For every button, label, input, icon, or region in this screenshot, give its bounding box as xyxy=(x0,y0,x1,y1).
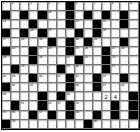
clue-number: 32 xyxy=(85,56,88,59)
cell-r3c13[interactable] xyxy=(111,20,120,29)
cell-r1c11[interactable]: 7 xyxy=(93,2,102,11)
clue-number: 43 xyxy=(103,75,106,78)
cell-r3c5[interactable] xyxy=(38,20,47,29)
cell-r10c12[interactable]: 47 xyxy=(102,83,111,92)
clue-number: 41 xyxy=(57,75,60,78)
cell-r1c15[interactable]: 9 xyxy=(129,2,138,11)
clue-number: 6 xyxy=(75,2,77,5)
cell-r2c15[interactable] xyxy=(129,11,138,20)
clue-number: 55 xyxy=(3,111,6,114)
cell-r1c3[interactable] xyxy=(20,2,29,11)
cell-r10c4[interactable]: 45 xyxy=(29,83,38,92)
cell-r3c3[interactable] xyxy=(20,20,29,29)
clue-number: 5 xyxy=(57,2,59,5)
cell-r7c6[interactable] xyxy=(48,56,57,65)
cell-r6c11[interactable] xyxy=(93,47,102,56)
black-cell-r14c1 xyxy=(2,120,11,129)
black-cell-r9c11 xyxy=(93,74,102,83)
black-cell-r8c12 xyxy=(102,65,111,74)
cell-r12c4[interactable] xyxy=(29,101,38,110)
black-cell-r6c12 xyxy=(102,47,111,56)
cell-r14c9[interactable] xyxy=(75,120,84,129)
cell-r2c6[interactable]: 10 xyxy=(48,11,57,20)
cell-r14c11[interactable]: 60 xyxy=(93,120,102,129)
cell-r4c4[interactable]: 14 xyxy=(29,29,38,38)
cell-r14c12[interactable] xyxy=(102,120,111,129)
cell-r14c13[interactable] xyxy=(111,120,120,129)
cell-r5c12[interactable] xyxy=(102,38,111,47)
cell-r6c6[interactable]: 24 xyxy=(48,47,57,56)
cell-r7c10[interactable]: 32 xyxy=(84,56,93,65)
cell-r1c13[interactable]: 8 xyxy=(111,2,120,11)
black-cell-r2c3 xyxy=(20,11,29,20)
clue-number: 14 xyxy=(30,29,33,32)
cell-r10c9[interactable]: 46 xyxy=(75,83,84,92)
clue-number: 35 xyxy=(66,65,69,68)
black-cell-r9c8 xyxy=(66,74,75,83)
cell-r5c11[interactable]: 21 xyxy=(93,38,102,47)
cell-r1c9[interactable]: 6 xyxy=(75,2,84,11)
cell-r1c2[interactable]: 2 xyxy=(11,2,20,11)
clue-number: 48 xyxy=(121,84,124,87)
cell-r3c1[interactable]: 11 xyxy=(2,20,11,29)
cell-r5c7[interactable] xyxy=(57,38,66,47)
black-cell-r13c8 xyxy=(66,111,75,120)
cell-r9c1[interactable]: 38 xyxy=(2,74,11,83)
cell-r8c11[interactable] xyxy=(93,65,102,74)
cell-r10c13[interactable] xyxy=(111,83,120,92)
cell-r1c1[interactable]: 1 xyxy=(2,2,11,11)
clue-number: 19 xyxy=(39,38,42,41)
clue-number: 25 xyxy=(75,47,78,50)
cell-r8c6[interactable] xyxy=(48,65,57,74)
cell-r10c2[interactable]: 44 xyxy=(11,83,20,92)
clue-number: 50 xyxy=(66,93,69,96)
cell-r12c14[interactable] xyxy=(120,101,129,110)
cell-r4c7[interactable] xyxy=(57,29,66,38)
clue-number: 11 xyxy=(3,20,6,23)
cell-r13c12[interactable] xyxy=(102,111,111,120)
cell-r10c6[interactable] xyxy=(48,83,57,92)
black-cell-r7c4 xyxy=(29,56,38,65)
black-cell-r13c4 xyxy=(29,111,38,120)
clue-number: 57 xyxy=(39,111,42,114)
cell-r8c1[interactable] xyxy=(2,65,11,74)
cell-r10c7[interactable] xyxy=(57,83,66,92)
black-cell-r13c6 xyxy=(48,111,57,120)
clue-number: 31 xyxy=(66,56,69,59)
cell-r10c14[interactable]: 48 xyxy=(120,83,129,92)
cell-r14c5[interactable] xyxy=(38,120,47,129)
clue-number: 51 xyxy=(21,102,24,105)
black-cell-r11c15 xyxy=(129,92,138,101)
clue-number: 30 xyxy=(39,56,42,59)
clue-number: 39 xyxy=(12,75,15,78)
clue-number: 40 xyxy=(39,75,42,78)
cell-r13c10[interactable] xyxy=(84,111,93,120)
clue-number: 12 xyxy=(75,20,78,23)
clue-number: 29 xyxy=(3,56,6,59)
black-cell-r6c4 xyxy=(29,47,38,56)
cell-r11c13[interactable]: 4 xyxy=(111,92,120,101)
clue-number: 2 xyxy=(12,2,14,5)
cell-r13c5[interactable]: 57 xyxy=(38,111,47,120)
cell-r9c15[interactable] xyxy=(129,74,138,83)
cell-r6c14[interactable]: 28 xyxy=(120,47,129,56)
clue-number: 56 xyxy=(12,111,15,114)
cell-r13c14[interactable] xyxy=(120,111,129,120)
black-cell-r2c10 xyxy=(84,11,93,20)
clue-number: 26 xyxy=(85,47,88,50)
clue-number: 8 xyxy=(112,2,114,5)
cell-r2c11[interactable] xyxy=(93,11,102,20)
clue-number: 18 xyxy=(21,38,24,41)
black-cell-r5c8 xyxy=(66,38,75,47)
cell-r1c5[interactable] xyxy=(38,2,47,11)
black-cell-r2c5 xyxy=(38,11,47,20)
cell-r14c7[interactable] xyxy=(57,120,66,129)
cell-r12c7[interactable]: 53 xyxy=(57,101,66,110)
black-cell-r8c2 xyxy=(11,65,20,74)
cell-r2c4[interactable] xyxy=(29,11,38,20)
clue-number: 17 xyxy=(3,38,6,41)
cell-r5c15[interactable] xyxy=(129,38,138,47)
cell-r14c4[interactable] xyxy=(29,120,38,129)
cell-r14c15[interactable] xyxy=(129,120,138,129)
cell-r14c2[interactable]: 59 xyxy=(11,120,20,129)
cell-r4c12[interactable]: 16 xyxy=(102,29,111,38)
cell-r7c15[interactable] xyxy=(129,56,138,65)
cell-r11c12[interactable]: 2 xyxy=(102,92,111,101)
clue-number: 45 xyxy=(30,84,33,87)
black-cell-r13c13 xyxy=(111,111,120,120)
clue-number: 20 xyxy=(75,38,78,41)
cell-r2c2[interactable] xyxy=(11,11,20,20)
clue-number: 58 xyxy=(75,111,78,114)
cell-r14c8[interactable] xyxy=(66,120,75,129)
clue-number: 44 xyxy=(12,84,15,87)
black-cell-r10c11 xyxy=(93,83,102,92)
cell-r9c5[interactable]: 40 xyxy=(38,74,47,83)
cell-r6c7[interactable] xyxy=(57,47,66,56)
cell-r7c11[interactable] xyxy=(93,56,102,65)
black-cell-r11c5 xyxy=(38,92,47,101)
cell-r11c2[interactable] xyxy=(11,92,20,101)
cell-r8c14[interactable] xyxy=(120,65,129,74)
black-cell-r7c12 xyxy=(102,56,111,65)
cell-r7c7[interactable] xyxy=(57,56,66,65)
cell-r6c15[interactable] xyxy=(129,47,138,56)
cell-r11c10[interactable] xyxy=(84,92,93,101)
cell-r1c7[interactable]: 5 xyxy=(57,2,66,11)
cell-r12c11[interactable] xyxy=(93,101,102,110)
cell-r1c10[interactable] xyxy=(84,2,93,11)
clue-number: 47 xyxy=(103,84,106,87)
clue-number: 27 xyxy=(112,47,115,50)
cell-r8c10[interactable] xyxy=(84,65,93,74)
black-cell-r12c15 xyxy=(129,101,138,110)
cell-r4c10[interactable] xyxy=(84,29,93,38)
cell-r8c8[interactable]: 35 xyxy=(66,65,75,74)
cell-r5c1[interactable]: 17 xyxy=(2,38,11,47)
cell-r10c10[interactable] xyxy=(84,83,93,92)
cell-r13c3[interactable] xyxy=(20,111,29,120)
cell-r4c6[interactable]: 15 xyxy=(48,29,57,38)
black-cell-r8c7 xyxy=(57,65,66,74)
cell-r4c13[interactable] xyxy=(111,29,120,38)
black-cell-r3c11 xyxy=(93,20,102,29)
cell-r3c10[interactable] xyxy=(84,20,93,29)
clue-number: 42 xyxy=(75,75,78,78)
cell-r8c4[interactable] xyxy=(29,65,38,74)
cell-r2c7[interactable] xyxy=(57,11,66,20)
cell-r14c14[interactable] xyxy=(120,120,129,129)
cell-r1c4[interactable]: 3 xyxy=(29,2,38,11)
clue-number: 7 xyxy=(94,2,96,5)
cell-r4c14[interactable] xyxy=(120,29,129,38)
cell-r3c2[interactable] xyxy=(11,20,20,29)
black-cell-r12c8 xyxy=(66,101,75,110)
black-cell-r2c8 xyxy=(66,11,75,20)
clue-number: 52 xyxy=(48,102,51,105)
cell-r3c7[interactable] xyxy=(57,20,66,29)
cell-r13c1[interactable]: 55 xyxy=(2,111,11,120)
clue-number: 3 xyxy=(30,2,32,5)
black-cell-r14c10 xyxy=(84,120,93,129)
cell-r1c14[interactable] xyxy=(120,2,129,11)
clue-number: 9 xyxy=(130,2,132,5)
cell-r12c6[interactable]: 52 xyxy=(48,101,57,110)
black-cell-r2c14 xyxy=(120,11,129,20)
clue-number: 33 xyxy=(112,56,115,59)
clue-number: 22 xyxy=(12,47,15,50)
cell-r9c6[interactable] xyxy=(48,74,57,83)
cell-r10c5[interactable] xyxy=(38,83,47,92)
clue-number: 46 xyxy=(75,84,78,87)
cell-r5c3[interactable]: 18 xyxy=(20,38,29,47)
cell-r6c9[interactable]: 25 xyxy=(75,47,84,56)
black-cell-r3c14 xyxy=(120,20,129,29)
cell-r14c6[interactable] xyxy=(48,120,57,129)
cell-r11c14[interactable] xyxy=(120,92,129,101)
clue-number: 49 xyxy=(3,93,6,96)
cell-r13c7[interactable] xyxy=(57,111,66,120)
cell-r11c8[interactable]: 50 xyxy=(66,92,75,101)
cell-r7c1[interactable]: 29 xyxy=(2,56,11,65)
crossword-grid: 1234567891011121314151617181920212223242… xyxy=(1,1,140,130)
cell-r4c15[interactable] xyxy=(129,29,138,38)
cell-r9c13[interactable] xyxy=(111,74,120,83)
cell-r9c7[interactable]: 41 xyxy=(57,74,66,83)
cell-r12c10[interactable] xyxy=(84,101,93,110)
cell-r6c3[interactable] xyxy=(20,47,29,56)
cell-r9c3[interactable] xyxy=(20,74,29,83)
cell-r14c3[interactable] xyxy=(20,120,29,129)
filled-letter: 2 xyxy=(102,92,110,100)
cell-r8c9[interactable]: 36 xyxy=(75,65,84,74)
clue-number: 16 xyxy=(103,29,106,32)
cell-r5c4[interactable] xyxy=(29,38,38,47)
cell-r8c3[interactable]: 34 xyxy=(20,65,29,74)
clue-number: 59 xyxy=(12,120,15,123)
black-cell-r12c13 xyxy=(111,101,120,110)
clue-number: 53 xyxy=(57,102,60,105)
clue-number: 54 xyxy=(75,102,78,105)
cell-r8c15[interactable] xyxy=(129,65,138,74)
black-cell-r1c8 xyxy=(66,2,75,11)
cell-r6c2[interactable]: 22 xyxy=(11,47,20,56)
cell-r7c2[interactable] xyxy=(11,56,20,65)
clue-number: 21 xyxy=(94,38,97,41)
clue-number: 4 xyxy=(48,2,50,5)
black-cell-r3c8 xyxy=(66,20,75,29)
cell-r3c9[interactable]: 12 xyxy=(75,20,84,29)
cell-r11c4[interactable] xyxy=(29,92,38,101)
clue-number: 28 xyxy=(121,47,124,50)
cell-r1c12[interactable] xyxy=(102,2,111,11)
clue-number: 36 xyxy=(75,65,78,68)
cell-r11c1[interactable]: 49 xyxy=(2,92,11,101)
clue-number: 60 xyxy=(94,120,97,123)
clue-number: 24 xyxy=(48,47,51,50)
cell-r10c3[interactable] xyxy=(20,83,29,92)
cell-r13c9[interactable]: 58 xyxy=(75,111,84,120)
cell-r4c8[interactable] xyxy=(66,29,75,38)
clue-number: 37 xyxy=(112,65,115,68)
clue-number: 23 xyxy=(39,47,42,50)
cell-r3c15[interactable] xyxy=(129,20,138,29)
cell-r9c10[interactable] xyxy=(84,74,93,83)
clue-number: 38 xyxy=(3,75,6,78)
clue-number: 15 xyxy=(48,29,51,32)
cell-r7c14[interactable] xyxy=(120,56,129,65)
cell-r8c13[interactable]: 37 xyxy=(111,65,120,74)
cell-r12c3[interactable]: 51 xyxy=(20,101,29,110)
black-cell-r13c15 xyxy=(129,111,138,120)
cell-r7c5[interactable]: 30 xyxy=(38,56,47,65)
filled-letter: 4 xyxy=(111,92,119,100)
cell-r8c5[interactable] xyxy=(38,65,47,74)
clue-number: 1 xyxy=(3,2,5,5)
cell-r12c12[interactable] xyxy=(102,101,111,110)
clue-number: 34 xyxy=(21,65,24,68)
cell-r10c15[interactable] xyxy=(129,83,138,92)
cell-r4c2[interactable] xyxy=(11,29,20,38)
clue-number: 10 xyxy=(48,11,51,14)
cell-r2c13[interactable] xyxy=(111,11,120,20)
cell-r11c11[interactable] xyxy=(93,92,102,101)
clue-number: 13 xyxy=(103,20,106,23)
